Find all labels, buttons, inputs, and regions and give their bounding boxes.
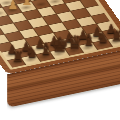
black-rook-glyph: ♜: [6, 50, 28, 64]
scene: ♜♞♝♚♛♝♞♜♟♟♟♟♟♟♟♟♟♟♟♟♟♟♟♟♜♞♝♚♛♝♞♜: [0, 0, 120, 120]
chess-box-assembly: ♜♞♝♚♛♝♞♜♟♟♟♟♟♟♟♟♟♟♟♟♟♟♟♟♜♞♝♚♛♝♞♜: [0, 0, 120, 74]
white-pawn-glyph: ♟: [0, 2, 10, 14]
chess-set-photo: Wooden chess set product photo: walnut a…: [0, 0, 120, 120]
